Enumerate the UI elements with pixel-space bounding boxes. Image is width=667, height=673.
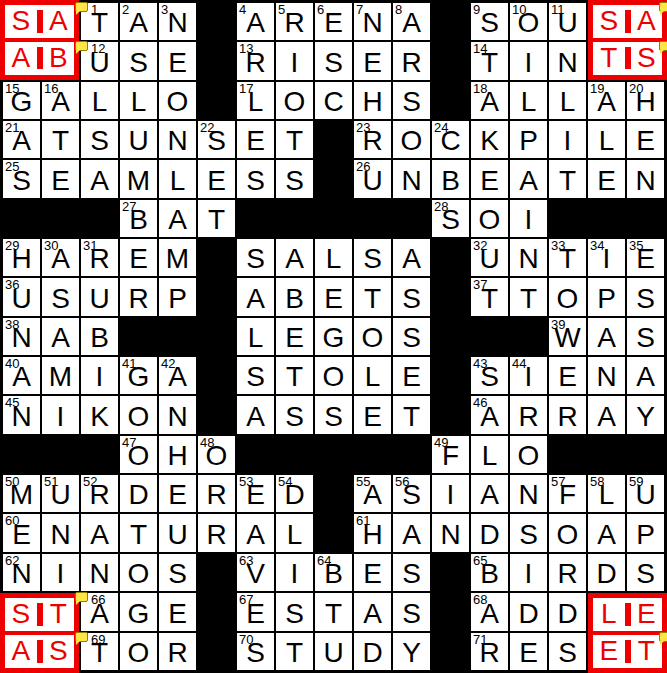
cell-6-4[interactable]: M [159,239,196,276]
corner-cell-letter[interactable]: S [631,42,663,75]
corner-box-row: AS [5,635,74,668]
cell-letter: I [432,481,469,509]
cell-letter: M [42,363,79,391]
cell-2-13[interactable]: L [510,82,547,119]
cell-3-13[interactable]: P [510,121,547,158]
corner-cell-letter[interactable]: T [631,635,663,668]
cell-15-3[interactable]: G [120,593,157,630]
black-cell-15-11 [432,593,469,630]
cell-6-15[interactable]: 34I [588,239,625,276]
cell-14-0[interactable]: 62N [3,554,40,591]
cell-14-2[interactable]: N [81,554,118,591]
cell-4-11[interactable]: B [432,160,469,197]
cell-14-9[interactable]: E [354,554,391,591]
cell-1-14[interactable]: N [549,42,586,79]
cell-0-10[interactable]: 8A [393,3,430,40]
cell-2-3[interactable]: L [120,82,157,119]
cell-7-9[interactable]: T [354,278,391,315]
cell-3-10[interactable]: O [393,121,430,158]
cell-10-10[interactable]: T [393,396,430,433]
cell-4-7[interactable]: S [276,160,313,197]
cell-15-8[interactable]: T [315,593,352,630]
cell-12-6[interactable]: 53E [237,475,274,512]
cell-14-16[interactable]: S [627,554,664,591]
cell-6-14[interactable]: 33T [549,239,586,276]
cell-7-16[interactable]: S [627,278,664,315]
cell-9-10[interactable]: E [393,357,430,394]
cell-3-1[interactable]: T [42,121,79,158]
cell-8-6[interactable]: L [237,318,274,355]
cell-letter: E [627,127,664,155]
cell-11-3[interactable]: 47O [120,436,157,473]
cell-letter: O [510,9,547,37]
cell-letter: S [159,560,196,588]
cell-9-16[interactable]: A [627,357,664,394]
cell-4-2[interactable]: A [81,160,118,197]
cell-16-12[interactable]: 71R [471,633,508,670]
cell-10-14[interactable]: R [549,396,586,433]
cell-4-13[interactable]: A [510,160,547,197]
cell-2-8[interactable]: C [315,82,352,119]
cell-3-7[interactable]: T [276,121,313,158]
cell-2-0[interactable]: 15G [3,82,40,119]
cell-letter: E [159,481,196,509]
cell-15-9[interactable]: A [354,593,391,630]
cell-4-10[interactable]: N [393,160,430,197]
cell-5-12[interactable]: O [471,200,508,237]
cell-13-10[interactable]: A [393,514,430,551]
cell-4-3[interactable]: M [120,160,157,197]
cell-0-13[interactable]: 10O [510,3,547,40]
cell-0-14[interactable]: 11U [549,3,586,40]
cell-12-0[interactable]: 50M [3,475,40,512]
cell-letter: D [549,600,586,628]
cell-9-3[interactable]: 41G [120,357,157,394]
cell-13-2[interactable]: A [81,514,118,551]
cell-8-9[interactable]: O [354,318,391,355]
cell-16-6[interactable]: 70S [237,633,274,670]
cell-letter: N [510,481,547,509]
cell-1-9[interactable]: E [354,42,391,79]
cell-letter: H [354,88,391,116]
cell-15-7[interactable]: S [276,593,313,630]
cell-11-4[interactable]: H [159,436,196,473]
cell-16-14[interactable]: S [549,633,586,670]
corner-cell-letter[interactable]: L [593,598,625,631]
cell-13-12[interactable]: D [471,514,508,551]
cell-6-7[interactable]: A [276,239,313,276]
cell-13-16[interactable]: P [627,514,664,551]
cell-13-13[interactable]: S [510,514,547,551]
cell-10-2[interactable]: K [81,396,118,433]
cell-8-8[interactable]: G [315,318,352,355]
cell-13-9[interactable]: 61H [354,514,391,551]
cell-5-4[interactable]: A [159,200,196,237]
cell-11-5[interactable]: 48O [198,436,235,473]
cell-7-0[interactable]: 36U [3,278,40,315]
cell-letter: B [315,560,352,588]
cell-0-3[interactable]: 2A [120,3,157,40]
cell-11-11[interactable]: 49F [432,436,469,473]
cell-4-16[interactable]: N [627,160,664,197]
cell-3-6[interactable]: E [237,121,274,158]
cell-15-12[interactable]: 68A [471,593,508,630]
cell-9-13[interactable]: 44I [510,357,547,394]
cell-3-2[interactable]: S [81,121,118,158]
cell-10-6[interactable]: A [237,396,274,433]
cell-2-12[interactable]: 18A [471,82,508,119]
cell-letter: A [510,167,547,195]
cell-3-4[interactable]: N [159,121,196,158]
note-icon[interactable] [75,592,88,602]
cell-2-4[interactable]: O [159,82,196,119]
cell-1-12[interactable]: 14T [471,42,508,79]
cell-15-10[interactable]: S [393,593,430,630]
cell-10-0[interactable]: 45N [3,396,40,433]
cell-6-16[interactable]: 35E [627,239,664,276]
cell-6-0[interactable]: 29H [3,239,40,276]
cell-letter: Y [627,403,664,431]
cell-letter: U [81,285,118,313]
cell-7-14[interactable]: O [549,278,586,315]
cell-13-3[interactable]: T [120,514,157,551]
cell-letter: A [588,324,625,352]
cell-6-13[interactable]: N [510,239,547,276]
cell-7-7[interactable]: B [276,278,313,315]
cell-16-7[interactable]: T [276,633,313,670]
corner-cell-letter[interactable]: S [593,5,625,38]
cell-letter: A [237,9,274,37]
cell-16-13[interactable]: E [510,633,547,670]
cell-0-9[interactable]: 7N [354,3,391,40]
note-icon[interactable] [659,2,667,12]
cell-15-13[interactable]: D [510,593,547,630]
cell-12-13[interactable]: N [510,475,547,512]
cell-1-7[interactable]: I [276,42,313,79]
cell-3-14[interactable]: I [549,121,586,158]
cell-10-4[interactable]: N [159,396,196,433]
cell-9-15[interactable]: N [588,357,625,394]
corner-cell-letter[interactable]: A [5,635,37,668]
cell-7-1[interactable]: S [42,278,79,315]
cell-letter: S [354,245,391,273]
cell-8-16[interactable]: S [627,318,664,355]
cell-7-6[interactable]: A [237,278,274,315]
cell-12-9[interactable]: 55A [354,475,391,512]
cell-letter: E [549,363,586,391]
cell-2-2[interactable]: L [81,82,118,119]
cell-letter: A [237,403,274,431]
cell-6-2[interactable]: 31R [81,239,118,276]
cell-letter: R [354,127,391,155]
cell-15-6[interactable]: 67E [237,593,274,630]
note-icon[interactable] [75,41,88,51]
cell-12-11[interactable]: I [432,475,469,512]
cell-11-13[interactable]: O [510,436,547,473]
cell-13-15[interactable]: A [588,514,625,551]
cell-7-15[interactable]: P [588,278,625,315]
corner-cell-letter[interactable]: E [631,598,663,631]
cell-4-12[interactable]: E [471,160,508,197]
cell-4-4[interactable]: L [159,160,196,197]
cell-2-9[interactable]: H [354,82,391,119]
cell-2-6[interactable]: 17L [237,82,274,119]
cell-letter: A [237,521,274,549]
cell-letter: O [354,324,391,352]
cell-8-15[interactable]: A [588,318,625,355]
cell-6-12[interactable]: 32U [471,239,508,276]
cell-7-3[interactable]: R [120,278,157,315]
cell-letter: S [3,167,40,195]
cell-12-4[interactable]: E [159,475,196,512]
crossword-board: 1T2A3N4A5R6E7N8A9S10O11U12USE13RISER14TI… [0,0,667,673]
cell-12-10[interactable]: 56S [393,475,430,512]
corner-cell-letter[interactable]: A [5,42,37,75]
cell-3-16[interactable]: E [627,121,664,158]
cell-letter: T [276,639,313,667]
cell-6-10[interactable]: A [393,239,430,276]
cell-3-11[interactable]: 24C [432,121,469,158]
cell-5-13[interactable]: I [510,200,547,237]
cell-16-10[interactable]: Y [393,633,430,670]
cell-4-1[interactable]: E [42,160,79,197]
cell-5-3[interactable]: 27B [120,200,157,237]
cell-7-10[interactable]: S [393,278,430,315]
cell-6-8[interactable]: L [315,239,352,276]
note-icon[interactable] [659,632,667,642]
cell-13-1[interactable]: N [42,514,79,551]
cell-3-12[interactable]: K [471,121,508,158]
corner-cell-letter[interactable]: A [43,5,75,38]
cell-16-3[interactable]: O [120,633,157,670]
cell-12-2[interactable]: 52R [81,475,118,512]
cell-4-0[interactable]: 25S [3,160,40,197]
cell-14-12[interactable]: 65B [471,554,508,591]
cell-7-12[interactable]: 37T [471,278,508,315]
cell-letter: U [3,285,40,313]
cell-letter: O [549,521,586,549]
cell-4-14[interactable]: T [549,160,586,197]
cell-12-3[interactable]: D [120,475,157,512]
cell-9-12[interactable]: 43S [471,357,508,394]
cell-6-3[interactable]: E [120,239,157,276]
black-cell-11-7 [276,436,313,473]
cell-0-4[interactable]: 3N [159,3,196,40]
corner-cell-letter[interactable]: A [631,5,663,38]
black-cell-11-9 [354,436,391,473]
cell-7-2[interactable]: U [81,278,118,315]
cell-13-11[interactable]: N [432,514,469,551]
cell-1-3[interactable]: S [120,42,157,79]
cell-4-6[interactable]: S [237,160,274,197]
cell-letter: R [198,521,235,549]
corner-box-top-left: SAAB [0,0,79,80]
cell-9-1[interactable]: M [42,357,79,394]
cell-3-0[interactable]: 21A [3,121,40,158]
cell-3-3[interactable]: U [120,121,157,158]
cell-10-7[interactable]: S [276,396,313,433]
corner-cell-letter[interactable]: B [43,42,75,75]
black-cell-1-5 [198,42,235,79]
cell-9-8[interactable]: O [315,357,352,394]
cell-letter: N [3,324,40,352]
cell-1-8[interactable]: S [315,42,352,79]
corner-cell-letter[interactable]: S [5,598,37,631]
cell-8-10[interactable]: S [393,318,430,355]
cell-14-7[interactable]: I [276,554,313,591]
cell-letter: N [3,403,40,431]
cell-0-12[interactable]: 9S [471,3,508,40]
cell-15-4[interactable]: E [159,593,196,630]
cell-10-1[interactable]: I [42,396,79,433]
cell-9-7[interactable]: T [276,357,313,394]
cell-letter: L [471,442,508,470]
cell-9-0[interactable]: 40A [3,357,40,394]
cell-9-4[interactable]: 42A [159,357,196,394]
cell-14-15[interactable]: D [588,554,625,591]
cell-13-0[interactable]: 60E [3,514,40,551]
corner-cell-letter[interactable]: S [5,5,37,38]
cell-letter: E [315,9,352,37]
cell-5-5[interactable]: T [198,200,235,237]
cell-letter: S [315,403,352,431]
cell-1-6[interactable]: 13R [237,42,274,79]
cell-9-2[interactable]: I [81,357,118,394]
cell-12-16[interactable]: 59U [627,475,664,512]
cell-letter: H [159,442,196,470]
cell-letter: S [549,639,586,667]
cell-1-4[interactable]: E [159,42,196,79]
cell-letter: E [198,167,235,195]
cell-7-4[interactable]: P [159,278,196,315]
cell-14-6[interactable]: 63V [237,554,274,591]
cell-letter: U [549,9,586,37]
cell-3-9[interactable]: 23R [354,121,391,158]
cell-14-4[interactable]: S [159,554,196,591]
cell-8-1[interactable]: A [42,318,79,355]
cell-2-16[interactable]: 20H [627,82,664,119]
cell-4-15[interactable]: E [588,160,625,197]
cell-letter: T [549,167,586,195]
cell-7-13[interactable]: T [510,278,547,315]
cell-12-7[interactable]: 54D [276,475,313,512]
cell-10-9[interactable]: E [354,396,391,433]
cell-0-7[interactable]: 5R [276,3,313,40]
cell-letter: A [81,521,118,549]
cell-13-7[interactable]: L [276,514,313,551]
cell-8-2[interactable]: B [81,318,118,355]
cell-10-13[interactable]: R [510,396,547,433]
cell-12-15[interactable]: 58L [588,475,625,512]
cell-2-14[interactable]: L [549,82,586,119]
cell-0-8[interactable]: 6E [315,3,352,40]
cell-12-1[interactable]: 51U [42,475,79,512]
cell-8-7[interactable]: E [276,318,313,355]
cell-2-10[interactable]: S [393,82,430,119]
cell-letter: E [354,49,391,77]
cell-14-1[interactable]: I [42,554,79,591]
cell-10-8[interactable]: S [315,396,352,433]
cell-1-10[interactable]: R [393,42,430,79]
note-icon[interactable] [659,41,667,51]
cell-16-4[interactable]: R [159,633,196,670]
corner-cell-letter[interactable]: T [43,598,75,631]
cell-6-9[interactable]: S [354,239,391,276]
cell-9-6[interactable]: S [237,357,274,394]
cell-13-14[interactable]: O [549,514,586,551]
cell-14-10[interactable]: S [393,554,430,591]
cell-12-5[interactable]: R [198,475,235,512]
cell-1-13[interactable]: I [510,42,547,79]
cell-10-12[interactable]: 46A [471,396,508,433]
note-icon[interactable] [75,632,88,642]
cell-3-15[interactable]: L [588,121,625,158]
cell-10-3[interactable]: O [120,396,157,433]
cell-10-15[interactable]: A [588,396,625,433]
cell-6-1[interactable]: 30A [42,239,79,276]
cell-letter: T [510,285,547,313]
cell-6-6[interactable]: S [237,239,274,276]
cell-14-13[interactable]: I [510,554,547,591]
cell-14-3[interactable]: O [120,554,157,591]
corner-cell-letter[interactable]: E [593,635,625,668]
cell-2-7[interactable]: O [276,82,313,119]
cell-13-5[interactable]: R [198,514,235,551]
cell-14-8[interactable]: 64B [315,554,352,591]
cell-13-6[interactable]: A [237,514,274,551]
cell-2-1[interactable]: 16A [42,82,79,119]
cell-letter: H [627,88,664,116]
cell-8-14[interactable]: 39W [549,318,586,355]
cell-5-11[interactable]: 28S [432,200,469,237]
cell-13-4[interactable]: U [159,514,196,551]
cell-4-9[interactable]: 26U [354,160,391,197]
corner-cell-letter[interactable]: S [43,635,75,668]
corner-cell-letter[interactable]: T [593,42,625,75]
cell-letter: N [42,521,79,549]
cell-letter: B [120,206,157,234]
cell-letter: A [354,600,391,628]
cell-9-14[interactable]: E [549,357,586,394]
cell-4-5[interactable]: E [198,160,235,197]
black-cell-11-8 [315,436,352,473]
cell-2-15[interactable]: 19A [588,82,625,119]
cell-9-9[interactable]: L [354,357,391,394]
cell-16-9[interactable]: D [354,633,391,670]
cell-16-8[interactable]: U [315,633,352,670]
black-cell-5-9 [354,200,391,237]
black-cell-8-12 [471,318,508,355]
note-icon[interactable] [75,2,88,12]
corner-box-row: TS [593,42,662,75]
cell-letter: R [549,560,586,588]
cell-letter: E [159,600,196,628]
black-cell-8-5 [198,318,235,355]
cell-8-0[interactable]: 38N [3,318,40,355]
cell-letter: L [588,127,625,155]
cell-0-6[interactable]: 4A [237,3,274,40]
cell-3-5[interactable]: 22S [198,121,235,158]
cell-10-16[interactable]: Y [627,396,664,433]
cell-letter: A [393,9,430,37]
cell-12-12[interactable]: A [471,475,508,512]
cell-letter: A [354,481,391,509]
cell-14-14[interactable]: R [549,554,586,591]
cell-12-14[interactable]: 57F [549,475,586,512]
cell-11-12[interactable]: L [471,436,508,473]
cell-15-14[interactable]: D [549,593,586,630]
cell-7-8[interactable]: E [315,278,352,315]
